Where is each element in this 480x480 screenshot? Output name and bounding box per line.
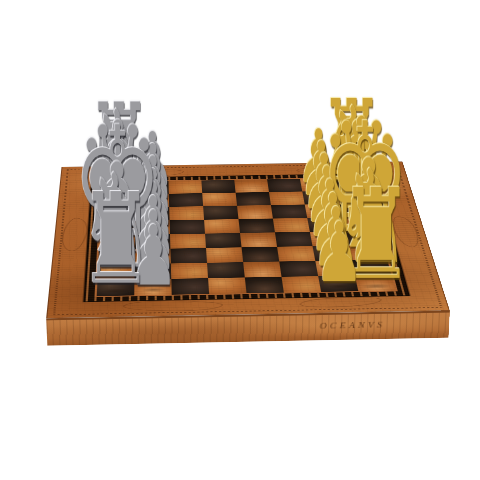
- square-b4[interactable]: [236, 192, 271, 206]
- pawn-glyph: ♟: [314, 211, 363, 294]
- square-c5[interactable]: [203, 206, 238, 220]
- square-c4[interactable]: [237, 205, 273, 219]
- square-a5[interactable]: [201, 180, 235, 193]
- scene: ♜♟♟♜♞♟♟♞♝♟♟♝♛♟♟♛♚♟♟♚♝♟♟♝♞♟♟♞♜♟♟♜ OCEANVS: [0, 0, 480, 480]
- product-photo-canvas: ♜♟♟♜♞♟♟♞♝♟♟♝♛♟♟♛♚♟♟♚♝♟♟♝♞♟♟♞♜♟♟♜ OCEANVS: [0, 0, 480, 480]
- square-a4[interactable]: [234, 179, 269, 192]
- square-d4[interactable]: [238, 219, 274, 233]
- square-c3[interactable]: [271, 204, 307, 218]
- square-d3[interactable]: [273, 218, 310, 232]
- square-b5[interactable]: [202, 193, 237, 207]
- front-map-lines: [46, 313, 449, 346]
- rook-glyph: ♜: [78, 176, 152, 302]
- square-b3[interactable]: [269, 191, 305, 205]
- square-d5[interactable]: [204, 219, 240, 234]
- chessboard: ♜♟♟♜♞♟♟♞♝♟♟♝♛♟♟♛♚♟♟♚♝♟♟♝♞♟♟♞♜♟♟♜ OCEANVS: [46, 161, 450, 318]
- map-label: OCEANVS: [320, 320, 386, 331]
- square-a3[interactable]: [267, 179, 302, 192]
